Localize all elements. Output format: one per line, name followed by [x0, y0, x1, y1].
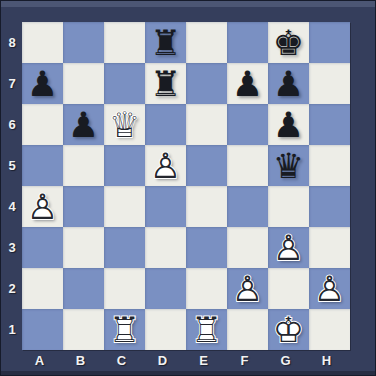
square-c1[interactable]: ♜♖ — [104, 309, 145, 350]
rank-label-4: 4 — [2, 186, 22, 227]
square-e6[interactable] — [186, 104, 227, 145]
piece-outline-layer: ♙ — [309, 268, 350, 309]
file-label-g: G — [265, 351, 306, 370]
square-b6[interactable]: ♟ — [63, 104, 104, 145]
frame-bevel-top — [1, 1, 375, 7]
square-c2[interactable] — [104, 268, 145, 309]
square-b3[interactable] — [63, 227, 104, 268]
white-pawn-h2[interactable]: ♟♙ — [309, 268, 350, 309]
square-d8[interactable]: ♜ — [145, 22, 186, 63]
rank-labels: 87654321 — [2, 22, 22, 350]
frame-bevel-bottom — [1, 371, 375, 375]
square-h8[interactable] — [309, 22, 350, 63]
square-e5[interactable] — [186, 145, 227, 186]
square-a4[interactable]: ♟♙ — [22, 186, 63, 227]
piece-outline-layer: ♙ — [145, 145, 186, 186]
square-b2[interactable] — [63, 268, 104, 309]
square-b7[interactable] — [63, 63, 104, 104]
file-label-d: D — [142, 351, 183, 370]
square-e7[interactable] — [186, 63, 227, 104]
file-label-c: C — [101, 351, 142, 370]
square-d3[interactable] — [145, 227, 186, 268]
rank-label-8: 8 — [2, 22, 22, 63]
square-g6[interactable]: ♟ — [268, 104, 309, 145]
square-c6[interactable]: ♛♕ — [104, 104, 145, 145]
square-e2[interactable] — [186, 268, 227, 309]
square-e8[interactable] — [186, 22, 227, 63]
piece-outline-layer: ♕ — [104, 104, 145, 145]
square-f8[interactable] — [227, 22, 268, 63]
square-f3[interactable] — [227, 227, 268, 268]
piece-outline-layer: ♔ — [268, 309, 309, 350]
black-pawn-b6[interactable]: ♟ — [63, 104, 104, 145]
square-f1[interactable] — [227, 309, 268, 350]
square-a5[interactable] — [22, 145, 63, 186]
white-pawn-a4[interactable]: ♟♙ — [22, 186, 63, 227]
square-h6[interactable] — [309, 104, 350, 145]
board-frame: 87654321 ♜♚♟♜♟♟♟♛♕♟♟♙♛♟♙♟♙♟♙♟♙♜♖♜♖♚♔ ABC… — [0, 0, 376, 376]
square-h2[interactable]: ♟♙ — [309, 268, 350, 309]
square-c7[interactable] — [104, 63, 145, 104]
square-h3[interactable] — [309, 227, 350, 268]
square-g3[interactable]: ♟♙ — [268, 227, 309, 268]
square-f2[interactable]: ♟♙ — [227, 268, 268, 309]
square-c8[interactable] — [104, 22, 145, 63]
square-g4[interactable] — [268, 186, 309, 227]
piece-outline-layer: ♙ — [227, 268, 268, 309]
square-e1[interactable]: ♜♖ — [186, 309, 227, 350]
square-a7[interactable]: ♟ — [22, 63, 63, 104]
square-h5[interactable] — [309, 145, 350, 186]
square-d6[interactable] — [145, 104, 186, 145]
file-labels: ABCDEFGH — [19, 351, 347, 370]
square-a1[interactable] — [22, 309, 63, 350]
square-b1[interactable] — [63, 309, 104, 350]
piece-outline-layer: ♖ — [104, 309, 145, 350]
white-queen-c6[interactable]: ♛♕ — [104, 104, 145, 145]
piece-outline-layer: ♙ — [268, 227, 309, 268]
black-pawn-f7[interactable]: ♟ — [227, 63, 268, 104]
file-label-e: E — [183, 351, 224, 370]
black-king-g8[interactable]: ♚ — [268, 22, 309, 63]
square-d5[interactable]: ♟♙ — [145, 145, 186, 186]
rank-label-1: 1 — [2, 309, 22, 350]
file-label-b: B — [60, 351, 101, 370]
chess-board: ♜♚♟♜♟♟♟♛♕♟♟♙♛♟♙♟♙♟♙♟♙♜♖♜♖♚♔ — [22, 22, 350, 350]
file-label-a: A — [19, 351, 60, 370]
square-b5[interactable] — [63, 145, 104, 186]
square-a3[interactable] — [22, 227, 63, 268]
square-c3[interactable] — [104, 227, 145, 268]
rank-label-3: 3 — [2, 227, 22, 268]
square-h1[interactable] — [309, 309, 350, 350]
black-rook-d7[interactable]: ♜ — [145, 63, 186, 104]
square-f7[interactable]: ♟ — [227, 63, 268, 104]
rank-label-2: 2 — [2, 268, 22, 309]
file-label-h: H — [306, 351, 347, 370]
square-a2[interactable] — [22, 268, 63, 309]
square-d7[interactable]: ♜ — [145, 63, 186, 104]
black-pawn-g6[interactable]: ♟ — [268, 104, 309, 145]
square-d2[interactable] — [145, 268, 186, 309]
square-d1[interactable] — [145, 309, 186, 350]
square-c5[interactable] — [104, 145, 145, 186]
square-g2[interactable] — [268, 268, 309, 309]
square-b8[interactable] — [63, 22, 104, 63]
black-pawn-a7[interactable]: ♟ — [22, 63, 63, 104]
square-e3[interactable] — [186, 227, 227, 268]
white-pawn-d5[interactable]: ♟♙ — [145, 145, 186, 186]
file-label-f: F — [224, 351, 265, 370]
piece-outline-layer: ♙ — [22, 186, 63, 227]
piece-outline-layer: ♖ — [186, 309, 227, 350]
square-g7[interactable]: ♟ — [268, 63, 309, 104]
square-g5[interactable]: ♛ — [268, 145, 309, 186]
rank-label-5: 5 — [2, 145, 22, 186]
white-rook-c1[interactable]: ♜♖ — [104, 309, 145, 350]
square-a8[interactable] — [22, 22, 63, 63]
square-f4[interactable] — [227, 186, 268, 227]
black-queen-g5[interactable]: ♛ — [268, 145, 309, 186]
square-a6[interactable] — [22, 104, 63, 145]
square-d4[interactable] — [145, 186, 186, 227]
square-e4[interactable] — [186, 186, 227, 227]
white-king-g1[interactable]: ♚♔ — [268, 309, 309, 350]
black-rook-d8[interactable]: ♜ — [145, 22, 186, 63]
square-c4[interactable] — [104, 186, 145, 227]
white-pawn-f2[interactable]: ♟♙ — [227, 268, 268, 309]
square-f6[interactable] — [227, 104, 268, 145]
black-pawn-g7[interactable]: ♟ — [268, 63, 309, 104]
white-pawn-g3[interactable]: ♟♙ — [268, 227, 309, 268]
square-h4[interactable] — [309, 186, 350, 227]
white-rook-e1[interactable]: ♜♖ — [186, 309, 227, 350]
square-f5[interactable] — [227, 145, 268, 186]
square-b4[interactable] — [63, 186, 104, 227]
square-g8[interactable]: ♚ — [268, 22, 309, 63]
rank-label-7: 7 — [2, 63, 22, 104]
rank-label-6: 6 — [2, 104, 22, 145]
square-g1[interactable]: ♚♔ — [268, 309, 309, 350]
square-h7[interactable] — [309, 63, 350, 104]
